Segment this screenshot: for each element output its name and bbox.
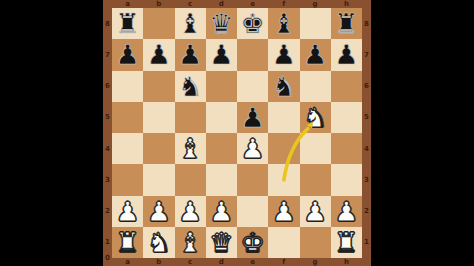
piece-white-rook[interactable]: ♜ <box>334 227 358 258</box>
file-label-bottom-h: h <box>331 258 362 266</box>
square-e1[interactable]: ♚ <box>237 227 268 258</box>
square-a2[interactable]: ♟ <box>112 196 143 227</box>
piece-black-pawn[interactable]: ♟ <box>209 39 233 70</box>
square-g2[interactable]: ♟ <box>300 196 331 227</box>
piece-white-king[interactable]: ♚ <box>241 227 265 258</box>
piece-black-knight[interactable]: ♞ <box>272 71 296 102</box>
piece-white-pawn[interactable]: ♟ <box>303 196 327 227</box>
piece-white-pawn[interactable]: ♟ <box>116 196 140 227</box>
rank-label-right-6: 6 <box>362 71 371 102</box>
square-f5[interactable] <box>268 102 299 133</box>
square-d2[interactable]: ♟ <box>206 196 237 227</box>
square-h7[interactable]: ♟ <box>331 39 362 70</box>
square-c3[interactable] <box>175 164 206 195</box>
square-g7[interactable]: ♟ <box>300 39 331 70</box>
piece-black-pawn[interactable]: ♟ <box>334 39 358 70</box>
square-d8[interactable]: ♛ <box>206 8 237 39</box>
square-c7[interactable]: ♟ <box>175 39 206 70</box>
square-a7[interactable]: ♟ <box>112 39 143 70</box>
file-label-top-d: d <box>206 0 237 8</box>
file-label-top-g: g <box>300 0 331 8</box>
square-b7[interactable]: ♟ <box>143 39 174 70</box>
rank-label-left-5: 5 <box>103 102 112 133</box>
chess-screenshot: ♜♝♛♚♝♜♟♟♟♟♟♟♟♞♞♟♞♝♟♟♟♟♟♟♟♟♜♞♝♛♚♜ abcdefg… <box>0 0 474 266</box>
file-label-top-e: e <box>237 0 268 8</box>
square-e6[interactable] <box>237 71 268 102</box>
file-label-bottom-d: d <box>206 258 237 266</box>
square-f6[interactable]: ♞ <box>268 71 299 102</box>
piece-white-knight[interactable]: ♞ <box>147 227 171 258</box>
square-b2[interactable]: ♟ <box>143 196 174 227</box>
square-b1[interactable]: ♞ <box>143 227 174 258</box>
square-d4[interactable] <box>206 133 237 164</box>
piece-black-bishop[interactable]: ♝ <box>272 8 296 39</box>
square-a3[interactable] <box>112 164 143 195</box>
square-c2[interactable]: ♟ <box>175 196 206 227</box>
square-f7[interactable]: ♟ <box>268 39 299 70</box>
square-g6[interactable] <box>300 71 331 102</box>
piece-white-knight[interactable]: ♞ <box>303 102 327 133</box>
square-h4[interactable] <box>331 133 362 164</box>
square-b4[interactable] <box>143 133 174 164</box>
piece-black-pawn[interactable]: ♟ <box>272 39 296 70</box>
square-h6[interactable] <box>331 71 362 102</box>
piece-black-pawn[interactable]: ♟ <box>303 39 327 70</box>
square-d3[interactable] <box>206 164 237 195</box>
square-g8[interactable] <box>300 8 331 39</box>
board-grid: ♜♝♛♚♝♜♟♟♟♟♟♟♟♞♞♟♞♝♟♟♟♟♟♟♟♟♜♞♝♛♚♜ <box>112 8 362 258</box>
piece-black-queen[interactable]: ♛ <box>209 8 233 39</box>
piece-white-bishop[interactable]: ♝ <box>178 133 202 164</box>
square-a6[interactable] <box>112 71 143 102</box>
piece-white-pawn[interactable]: ♟ <box>241 133 265 164</box>
square-b3[interactable] <box>143 164 174 195</box>
file-label-top-a: a <box>112 0 143 8</box>
rank-label-left-6: 6 <box>103 71 112 102</box>
square-d1[interactable]: ♛ <box>206 227 237 258</box>
square-c5[interactable] <box>175 102 206 133</box>
square-c8[interactable]: ♝ <box>175 8 206 39</box>
square-e4[interactable]: ♟ <box>237 133 268 164</box>
piece-black-rook[interactable]: ♜ <box>116 8 140 39</box>
piece-white-bishop[interactable]: ♝ <box>178 227 202 258</box>
square-c4[interactable]: ♝ <box>175 133 206 164</box>
piece-black-pawn[interactable]: ♟ <box>178 39 202 70</box>
square-a8[interactable]: ♜ <box>112 8 143 39</box>
square-h5[interactable] <box>331 102 362 133</box>
piece-black-pawn[interactable]: ♟ <box>116 39 140 70</box>
piece-white-queen[interactable]: ♛ <box>209 227 233 258</box>
file-label-top-b: b <box>143 0 174 8</box>
letterbox-left <box>0 0 103 266</box>
rank-label-left-7: 7 <box>103 39 112 70</box>
square-f8[interactable]: ♝ <box>268 8 299 39</box>
square-g4[interactable] <box>300 133 331 164</box>
file-label-top-c: c <box>175 0 206 8</box>
piece-white-pawn[interactable]: ♟ <box>272 196 296 227</box>
square-d6[interactable] <box>206 71 237 102</box>
rank-label-right-3: 3 <box>362 164 371 195</box>
square-c1[interactable]: ♝ <box>175 227 206 258</box>
square-e3[interactable] <box>237 164 268 195</box>
file-label-bottom-g: g <box>300 258 331 266</box>
piece-black-king[interactable]: ♚ <box>241 8 265 39</box>
square-f4[interactable] <box>268 133 299 164</box>
chess-board: ♜♝♛♚♝♜♟♟♟♟♟♟♟♞♞♟♞♝♟♟♟♟♟♟♟♟♜♞♝♛♚♜ abcdefg… <box>103 0 371 266</box>
square-a4[interactable] <box>112 133 143 164</box>
square-e2[interactable] <box>237 196 268 227</box>
square-d5[interactable] <box>206 102 237 133</box>
piece-black-rook[interactable]: ♜ <box>334 8 358 39</box>
piece-white-rook[interactable]: ♜ <box>116 227 140 258</box>
square-a1[interactable]: ♜ <box>112 227 143 258</box>
file-label-top-h: h <box>331 0 362 8</box>
file-label-bottom-f: f <box>268 258 299 266</box>
piece-white-pawn[interactable]: ♟ <box>178 196 202 227</box>
square-f3[interactable] <box>268 164 299 195</box>
rank-label-right-8: 8 <box>362 8 371 39</box>
rank-label-left-4: 4 <box>103 133 112 164</box>
square-e8[interactable]: ♚ <box>237 8 268 39</box>
file-label-bottom-c: c <box>175 258 206 266</box>
piece-white-pawn[interactable]: ♟ <box>147 196 171 227</box>
file-label-bottom-b: b <box>143 258 174 266</box>
rank-label-right-7: 7 <box>362 39 371 70</box>
square-h2[interactable]: ♟ <box>331 196 362 227</box>
square-h8[interactable]: ♜ <box>331 8 362 39</box>
rank-label-left-8: 8 <box>103 8 112 39</box>
file-label-top-f: f <box>268 0 299 8</box>
piece-black-bishop[interactable]: ♝ <box>178 8 202 39</box>
square-b6[interactable] <box>143 71 174 102</box>
square-f1[interactable] <box>268 227 299 258</box>
file-label-bottom-a: a <box>112 258 143 266</box>
rank-label-right-4: 4 <box>362 133 371 164</box>
corner-label: 0 <box>103 250 112 266</box>
piece-white-pawn[interactable]: ♟ <box>334 196 358 227</box>
square-e5[interactable]: ♟ <box>237 102 268 133</box>
file-label-bottom-e: e <box>237 258 268 266</box>
square-a5[interactable] <box>112 102 143 133</box>
square-d7[interactable]: ♟ <box>206 39 237 70</box>
square-h1[interactable]: ♜ <box>331 227 362 258</box>
piece-white-pawn[interactable]: ♟ <box>209 196 233 227</box>
piece-black-pawn[interactable]: ♟ <box>241 102 265 133</box>
rank-label-right-5: 5 <box>362 102 371 133</box>
square-e7[interactable] <box>237 39 268 70</box>
square-c6[interactable]: ♞ <box>175 71 206 102</box>
square-b5[interactable] <box>143 102 174 133</box>
rank-label-left-2: 2 <box>103 196 112 227</box>
piece-black-pawn[interactable]: ♟ <box>147 39 171 70</box>
square-b8[interactable] <box>143 8 174 39</box>
rank-label-left-3: 3 <box>103 164 112 195</box>
square-f2[interactable]: ♟ <box>268 196 299 227</box>
rank-label-right-1: 1 <box>362 227 371 258</box>
square-g5[interactable]: ♞ <box>300 102 331 133</box>
piece-black-knight[interactable]: ♞ <box>178 71 202 102</box>
square-g3[interactable] <box>300 164 331 195</box>
square-h3[interactable] <box>331 164 362 195</box>
square-g1[interactable] <box>300 227 331 258</box>
rank-label-right-2: 2 <box>362 196 371 227</box>
letterbox-right <box>371 0 474 266</box>
